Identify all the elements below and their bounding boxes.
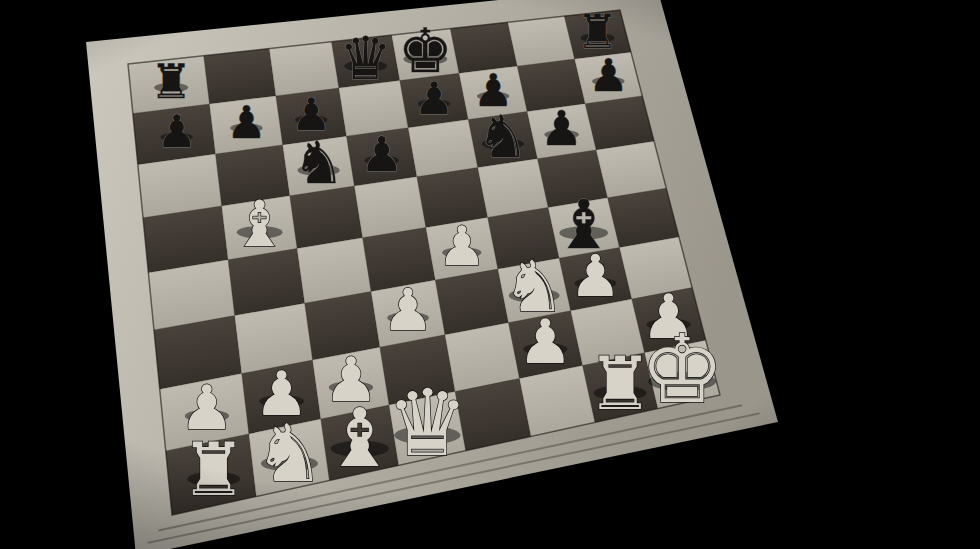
- chess-board: ♜♛♚♜♟♟♟♟♟♟♞♟♞♟♝♟♝♟♞♟♟♟♟♟♟♜♞♝♛♜♚: [0, 0, 980, 549]
- piece-white-bishop-b5[interactable]: ♝: [231, 187, 288, 261]
- piece-black-pawn-h7[interactable]: ♟: [588, 49, 628, 102]
- piece-white-pawn-d3[interactable]: ♟: [382, 276, 434, 344]
- piece-black-pawn-a7[interactable]: ♟: [156, 105, 196, 158]
- piece-black-knight-c6[interactable]: ♞: [292, 129, 344, 197]
- square-d5[interactable]: [354, 177, 426, 238]
- photo-stage: Black-and-white photograph of a wooden c…: [0, 0, 980, 549]
- piece-white-pawn-e4[interactable]: ♟: [437, 214, 486, 278]
- piece-white-king-h1[interactable]: ♚: [640, 314, 725, 424]
- piece-black-pawn-d6[interactable]: ♟: [360, 126, 403, 182]
- piece-black-knight-f6[interactable]: ♞: [477, 103, 529, 171]
- square-e6[interactable]: [408, 120, 478, 177]
- piece-black-pawn-e7[interactable]: ♟: [414, 72, 454, 125]
- piece-white-pawn-g3[interactable]: ♟: [569, 242, 621, 310]
- piece-white-knight-b1[interactable]: ♞: [254, 407, 325, 500]
- square-g8[interactable]: [508, 16, 575, 66]
- piece-white-pawn-f2[interactable]: ♟: [518, 306, 573, 377]
- piece-black-rook-a8[interactable]: ♜: [150, 54, 192, 109]
- piece-black-pawn-g6[interactable]: ♟: [540, 100, 583, 156]
- piece-black-queen-d8[interactable]: ♛: [339, 24, 392, 93]
- piece-black-pawn-b7[interactable]: ♟: [226, 96, 266, 149]
- piece-white-queen-d1[interactable]: ♛: [386, 370, 468, 477]
- piece-white-rook-a1[interactable]: ♜: [181, 427, 247, 512]
